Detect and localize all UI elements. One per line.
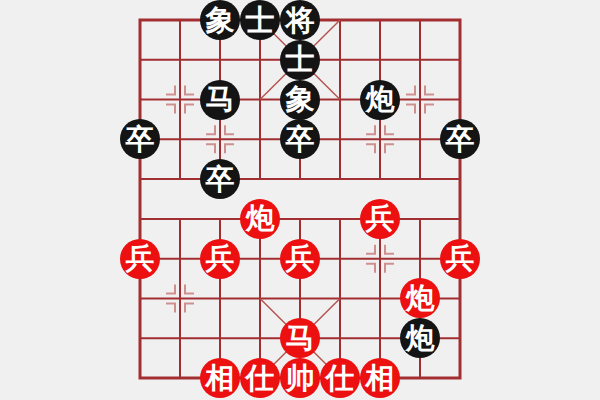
piece-black-horse[interactable]: 马 — [200, 80, 240, 120]
piece-black-general[interactable]: 将 — [280, 0, 320, 40]
piece-black-soldier[interactable]: 卒 — [440, 119, 480, 159]
piece-red-soldier[interactable]: 兵 — [360, 199, 400, 239]
piece-red-general[interactable]: 帅 — [280, 358, 320, 398]
piece-black-advisor[interactable]: 士 — [240, 0, 280, 40]
piece-black-elephant[interactable]: 象 — [200, 0, 240, 40]
piece-red-advisor[interactable]: 仕 — [320, 358, 360, 398]
piece-red-soldier[interactable]: 兵 — [200, 239, 240, 279]
piece-red-cannon[interactable]: 炮 — [240, 199, 280, 239]
piece-red-cannon[interactable]: 炮 — [400, 278, 440, 318]
piece-black-elephant[interactable]: 象 — [280, 80, 320, 120]
piece-red-soldier[interactable]: 兵 — [280, 239, 320, 279]
piece-red-horse[interactable]: 马 — [280, 318, 320, 358]
piece-layer: 象士将士马象炮卒卒卒卒炮兵兵兵兵兵炮马炮相仕帅仕相 — [0, 0, 600, 400]
xiangqi-board: 象士将士马象炮卒卒卒卒炮兵兵兵兵兵炮马炮相仕帅仕相 — [0, 0, 600, 400]
piece-red-soldier[interactable]: 兵 — [440, 239, 480, 279]
piece-black-advisor[interactable]: 士 — [280, 40, 320, 80]
piece-black-soldier[interactable]: 卒 — [280, 119, 320, 159]
piece-black-cannon[interactable]: 炮 — [400, 318, 440, 358]
piece-black-soldier[interactable]: 卒 — [200, 159, 240, 199]
piece-red-elephant[interactable]: 相 — [360, 358, 400, 398]
piece-red-advisor[interactable]: 仕 — [240, 358, 280, 398]
piece-black-soldier[interactable]: 卒 — [120, 119, 160, 159]
piece-red-elephant[interactable]: 相 — [200, 358, 240, 398]
piece-black-cannon[interactable]: 炮 — [360, 80, 400, 120]
piece-red-soldier[interactable]: 兵 — [120, 239, 160, 279]
